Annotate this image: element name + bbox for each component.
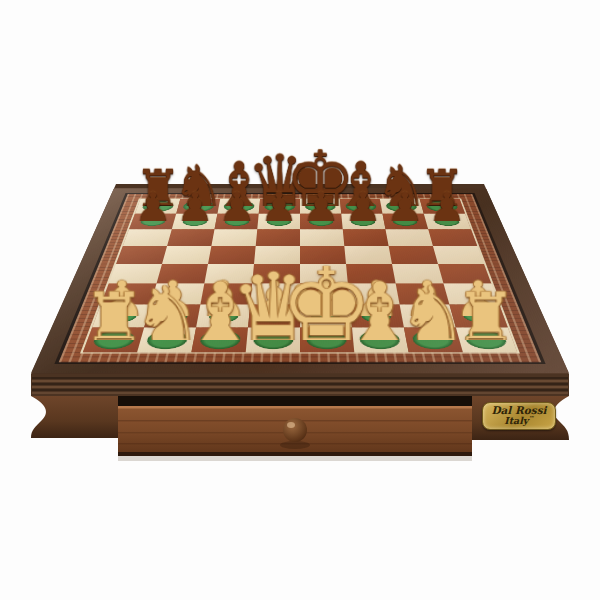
- square-f7[interactable]: ♟: [341, 214, 385, 230]
- board-3d-wrap: ♜♞♝♛♚♝♞♜♟♟♟♟♟♟♟♟♟♟♟♟♟♟♟♟♜♞♝♛♚♝♞♜: [31, 188, 569, 373]
- trademark-symbol: ™: [528, 415, 534, 421]
- square-a7[interactable]: ♟: [129, 214, 176, 230]
- square-b5[interactable]: [162, 246, 211, 264]
- square-h1[interactable]: ♜: [456, 327, 517, 352]
- square-c6[interactable]: [211, 229, 257, 246]
- square-a5[interactable]: [116, 246, 167, 264]
- board-frame: ♜♞♝♛♚♝♞♜♟♟♟♟♟♟♟♟♟♟♟♟♟♟♟♟♜♞♝♛♚♝♞♜: [31, 188, 569, 373]
- square-f6[interactable]: [343, 229, 389, 246]
- brand-country: Italy™: [504, 416, 534, 426]
- case-left-foot: [31, 396, 118, 438]
- square-b6[interactable]: [167, 229, 214, 246]
- square-h6[interactable]: [428, 229, 477, 246]
- chess-board: ♜♞♝♛♚♝♞♜♟♟♟♟♟♟♟♟♟♟♟♟♟♟♟♟♜♞♝♛♚♝♞♜: [80, 198, 520, 353]
- square-d6[interactable]: [256, 229, 300, 246]
- product-photo-stage: ♜♞♝♛♚♝♞♜♟♟♟♟♟♟♟♟♟♟♟♟♟♟♟♟♜♞♝♛♚♝♞♜ Dal Ros…: [0, 0, 600, 600]
- knob-shadow: [280, 441, 310, 449]
- drawer-shadow: [118, 456, 472, 461]
- square-b7[interactable]: ♟: [172, 214, 218, 230]
- square-h5[interactable]: [433, 246, 484, 264]
- drawer-bottom-edge: [118, 452, 472, 456]
- square-d7[interactable]: ♟: [257, 214, 300, 230]
- brand-plaque: Dal Rossi Italy™: [482, 402, 556, 430]
- drawer-knob[interactable]: [283, 418, 307, 442]
- square-h7[interactable]: ♟: [424, 214, 471, 230]
- square-g7[interactable]: ♟: [383, 214, 429, 230]
- square-c7[interactable]: ♟: [215, 214, 259, 230]
- square-g6[interactable]: [385, 229, 432, 246]
- square-e7[interactable]: ♟: [300, 214, 343, 230]
- drawer-top-highlight: [118, 406, 472, 409]
- white-rook-h1[interactable]: ♜: [455, 283, 517, 352]
- square-g5[interactable]: [389, 246, 438, 264]
- square-a6[interactable]: [123, 229, 172, 246]
- square-e6[interactable]: [300, 229, 344, 246]
- frame-groove: ♜♞♝♛♚♝♞♜♟♟♟♟♟♟♟♟♟♟♟♟♟♟♟♟♜♞♝♛♚♝♞♜: [54, 193, 545, 364]
- mahogany-inlay-border: ♜♞♝♛♚♝♞♜♟♟♟♟♟♟♟♟♟♟♟♟♟♟♟♟♜♞♝♛♚♝♞♜: [59, 194, 542, 362]
- knob-highlight: [287, 422, 295, 428]
